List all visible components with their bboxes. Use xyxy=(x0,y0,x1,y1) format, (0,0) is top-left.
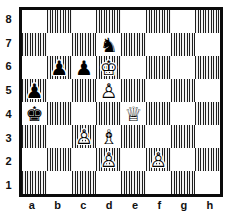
file-label-b: b xyxy=(54,199,61,211)
square-e6[interactable] xyxy=(121,56,146,79)
file-label-d: d xyxy=(106,199,113,211)
square-f5[interactable] xyxy=(146,79,171,102)
rank-label-1: 1 xyxy=(5,179,11,191)
square-b3[interactable] xyxy=(47,125,72,148)
square-c2[interactable] xyxy=(72,148,97,171)
white-queen-piece[interactable]: ♕ xyxy=(124,104,142,124)
black-pawn-piece[interactable]: ♟ xyxy=(25,81,43,101)
square-g7[interactable] xyxy=(171,33,196,56)
square-h1[interactable] xyxy=(195,171,220,194)
square-g4[interactable] xyxy=(171,102,196,125)
rank-label-4: 4 xyxy=(5,108,11,120)
square-b1[interactable] xyxy=(47,171,72,194)
square-g5[interactable] xyxy=(171,79,196,102)
file-label-e: e xyxy=(132,199,138,211)
white-pawn-piece[interactable]: ♙ xyxy=(100,150,118,170)
square-f4[interactable] xyxy=(146,102,171,125)
black-pawn-piece[interactable]: ♟ xyxy=(50,58,68,78)
white-pawn-piece[interactable]: ♙ xyxy=(149,150,167,170)
file-label-h: h xyxy=(207,199,214,211)
square-a4[interactable]: ♚ xyxy=(22,102,47,125)
square-e8[interactable] xyxy=(121,10,146,33)
square-h4[interactable] xyxy=(195,102,220,125)
square-e4[interactable]: ♕ xyxy=(121,102,146,125)
square-d1[interactable] xyxy=(96,171,121,194)
square-d8[interactable] xyxy=(96,10,121,33)
rank-label-6: 6 xyxy=(5,60,11,72)
square-e5[interactable] xyxy=(121,79,146,102)
rank-label-8: 8 xyxy=(5,13,11,25)
square-e2[interactable] xyxy=(121,148,146,171)
file-label-g: g xyxy=(180,199,187,211)
square-a6[interactable] xyxy=(22,56,47,79)
rank-label-7: 7 xyxy=(5,37,11,49)
square-b5[interactable] xyxy=(47,79,72,102)
rank-label-2: 2 xyxy=(5,155,11,167)
square-d6[interactable]: ♔ xyxy=(96,56,121,79)
square-d3[interactable]: ♗ xyxy=(96,125,121,148)
square-e7[interactable] xyxy=(121,33,146,56)
rank-label-3: 3 xyxy=(5,132,11,144)
square-g8[interactable] xyxy=(171,10,196,33)
black-knight-piece[interactable]: ♞ xyxy=(100,35,118,55)
square-c3[interactable]: ♙ xyxy=(72,125,97,148)
square-f7[interactable] xyxy=(146,33,171,56)
square-b4[interactable] xyxy=(47,102,72,125)
black-pawn-piece[interactable]: ♟ xyxy=(75,58,93,78)
chess-diagram: 87654321 ♞♟♟♔♟♙♚♕♙♗♙♙ abcdefgh xyxy=(0,0,231,213)
square-f6[interactable] xyxy=(146,56,171,79)
square-g3[interactable] xyxy=(171,125,196,148)
square-a8[interactable] xyxy=(22,10,47,33)
white-pawn-piece[interactable]: ♙ xyxy=(75,127,93,147)
square-f8[interactable] xyxy=(146,10,171,33)
rank-labels: 87654321 xyxy=(0,7,17,197)
white-king-piece[interactable]: ♔ xyxy=(100,58,118,78)
square-a1[interactable] xyxy=(22,171,47,194)
square-c1[interactable] xyxy=(72,171,97,194)
square-c7[interactable] xyxy=(72,33,97,56)
square-h5[interactable] xyxy=(195,79,220,102)
chess-board: ♞♟♟♔♟♙♚♕♙♗♙♙ xyxy=(19,7,223,197)
square-h6[interactable] xyxy=(195,56,220,79)
square-g6[interactable] xyxy=(171,56,196,79)
square-c6[interactable]: ♟ xyxy=(72,56,97,79)
rank-label-5: 5 xyxy=(5,84,11,96)
black-king-piece[interactable]: ♚ xyxy=(25,104,43,124)
square-c4[interactable] xyxy=(72,102,97,125)
square-f3[interactable] xyxy=(146,125,171,148)
square-f2[interactable]: ♙ xyxy=(146,148,171,171)
square-d7[interactable]: ♞ xyxy=(96,33,121,56)
square-h3[interactable] xyxy=(195,125,220,148)
square-c8[interactable] xyxy=(72,10,97,33)
square-g2[interactable] xyxy=(171,148,196,171)
square-b6[interactable]: ♟ xyxy=(47,56,72,79)
square-e1[interactable] xyxy=(121,171,146,194)
file-label-c: c xyxy=(80,199,86,211)
white-bishop-piece[interactable]: ♗ xyxy=(100,127,118,147)
file-label-a: a xyxy=(29,199,35,211)
square-c5[interactable] xyxy=(72,79,97,102)
square-d4[interactable] xyxy=(96,102,121,125)
file-labels: abcdefgh xyxy=(19,197,223,212)
file-label-f: f xyxy=(157,199,161,211)
square-h8[interactable] xyxy=(195,10,220,33)
square-d5[interactable]: ♙ xyxy=(96,79,121,102)
square-b8[interactable] xyxy=(47,10,72,33)
square-h2[interactable] xyxy=(195,148,220,171)
square-f1[interactable] xyxy=(146,171,171,194)
square-a2[interactable] xyxy=(22,148,47,171)
square-h7[interactable] xyxy=(195,33,220,56)
square-e3[interactable] xyxy=(121,125,146,148)
square-a7[interactable] xyxy=(22,33,47,56)
white-pawn-piece[interactable]: ♙ xyxy=(100,81,118,101)
square-a5[interactable]: ♟ xyxy=(22,79,47,102)
square-a3[interactable] xyxy=(22,125,47,148)
square-b7[interactable] xyxy=(47,33,72,56)
square-d2[interactable]: ♙ xyxy=(96,148,121,171)
square-g1[interactable] xyxy=(171,171,196,194)
square-b2[interactable] xyxy=(47,148,72,171)
